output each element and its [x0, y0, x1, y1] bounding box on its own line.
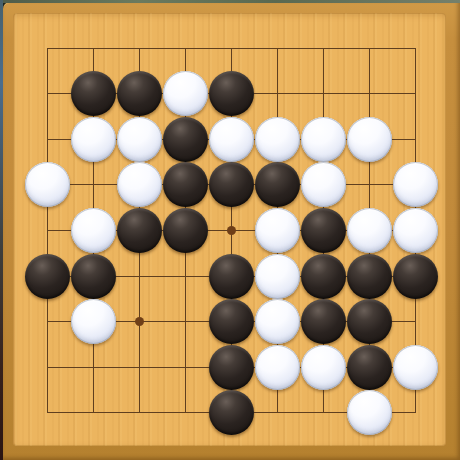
board-point-empty[interactable] — [163, 345, 208, 390]
board-point-empty[interactable] — [393, 390, 438, 435]
board-point-empty[interactable] — [71, 345, 116, 390]
black-stone[interactable] — [25, 254, 70, 299]
board-point-empty[interactable] — [25, 299, 70, 344]
board-point-empty[interactable] — [117, 26, 162, 71]
board-point-empty[interactable] — [163, 299, 208, 344]
white-stone[interactable] — [255, 117, 300, 162]
white-stone[interactable] — [255, 299, 300, 344]
board-point-empty[interactable] — [25, 26, 70, 71]
black-stone[interactable] — [163, 162, 208, 207]
board-point-empty[interactable] — [347, 71, 392, 116]
board-point-empty[interactable] — [393, 71, 438, 116]
page-background-edge-left — [0, 0, 3, 460]
white-stone[interactable] — [301, 162, 346, 207]
board-point-empty[interactable] — [117, 299, 162, 344]
board-point-empty[interactable] — [301, 71, 346, 116]
white-stone[interactable] — [347, 117, 392, 162]
board-point-empty[interactable] — [301, 26, 346, 71]
white-stone[interactable] — [25, 162, 70, 207]
black-stone[interactable] — [347, 254, 392, 299]
white-stone[interactable] — [71, 299, 116, 344]
go-app-screenshot — [0, 0, 460, 460]
board-point-empty[interactable] — [71, 26, 116, 71]
board-point-empty[interactable] — [117, 254, 162, 299]
white-stone[interactable] — [347, 390, 392, 435]
white-stone[interactable] — [71, 117, 116, 162]
board-point-empty[interactable] — [25, 345, 70, 390]
board-point-empty[interactable] — [255, 71, 300, 116]
board-point-empty[interactable] — [163, 390, 208, 435]
black-stone[interactable] — [71, 71, 116, 116]
white-stone[interactable] — [117, 117, 162, 162]
white-stone[interactable] — [393, 162, 438, 207]
white-stone[interactable] — [347, 208, 392, 253]
board-point-empty[interactable] — [71, 162, 116, 207]
black-stone[interactable] — [117, 71, 162, 116]
black-stone[interactable] — [301, 208, 346, 253]
white-stone[interactable] — [71, 208, 116, 253]
board-point-empty[interactable] — [25, 390, 70, 435]
board-point-empty[interactable] — [117, 345, 162, 390]
black-stone[interactable] — [255, 162, 300, 207]
board-point-empty[interactable] — [393, 299, 438, 344]
board-point-empty[interactable] — [393, 117, 438, 162]
black-stone[interactable] — [209, 254, 254, 299]
board-point-empty[interactable] — [255, 390, 300, 435]
board-point-empty[interactable] — [301, 390, 346, 435]
white-stone[interactable] — [209, 117, 254, 162]
board-point-empty[interactable] — [117, 390, 162, 435]
board-point-empty[interactable] — [25, 117, 70, 162]
page-background-edge-top — [0, 0, 460, 3]
black-stone[interactable] — [347, 345, 392, 390]
black-stone[interactable] — [301, 299, 346, 344]
white-stone[interactable] — [255, 208, 300, 253]
board-point-empty[interactable] — [347, 26, 392, 71]
white-stone[interactable] — [255, 254, 300, 299]
black-stone[interactable] — [347, 299, 392, 344]
board-point-empty[interactable] — [25, 71, 70, 116]
white-stone[interactable] — [301, 345, 346, 390]
black-stone[interactable] — [209, 345, 254, 390]
board-point-empty[interactable] — [209, 26, 254, 71]
black-stone[interactable] — [393, 254, 438, 299]
white-stone[interactable] — [393, 345, 438, 390]
go-board — [0, 0, 460, 460]
board-point-empty[interactable] — [163, 26, 208, 71]
board-point-empty[interactable] — [163, 254, 208, 299]
board-point-empty[interactable] — [255, 26, 300, 71]
black-stone[interactable] — [209, 71, 254, 116]
board-point-empty[interactable] — [393, 26, 438, 71]
black-stone[interactable] — [209, 162, 254, 207]
board-point-empty[interactable] — [25, 208, 70, 253]
white-stone[interactable] — [301, 117, 346, 162]
board-point-empty[interactable] — [347, 162, 392, 207]
black-stone[interactable] — [163, 208, 208, 253]
board-point-empty[interactable] — [71, 390, 116, 435]
black-stone[interactable] — [209, 390, 254, 435]
black-stone[interactable] — [209, 299, 254, 344]
black-stone[interactable] — [301, 254, 346, 299]
white-stone[interactable] — [393, 208, 438, 253]
white-stone[interactable] — [255, 345, 300, 390]
board-point-empty[interactable] — [209, 208, 254, 253]
black-stone[interactable] — [71, 254, 116, 299]
black-stone[interactable] — [163, 117, 208, 162]
white-stone[interactable] — [117, 162, 162, 207]
white-stone[interactable] — [163, 71, 208, 116]
black-stone[interactable] — [117, 208, 162, 253]
